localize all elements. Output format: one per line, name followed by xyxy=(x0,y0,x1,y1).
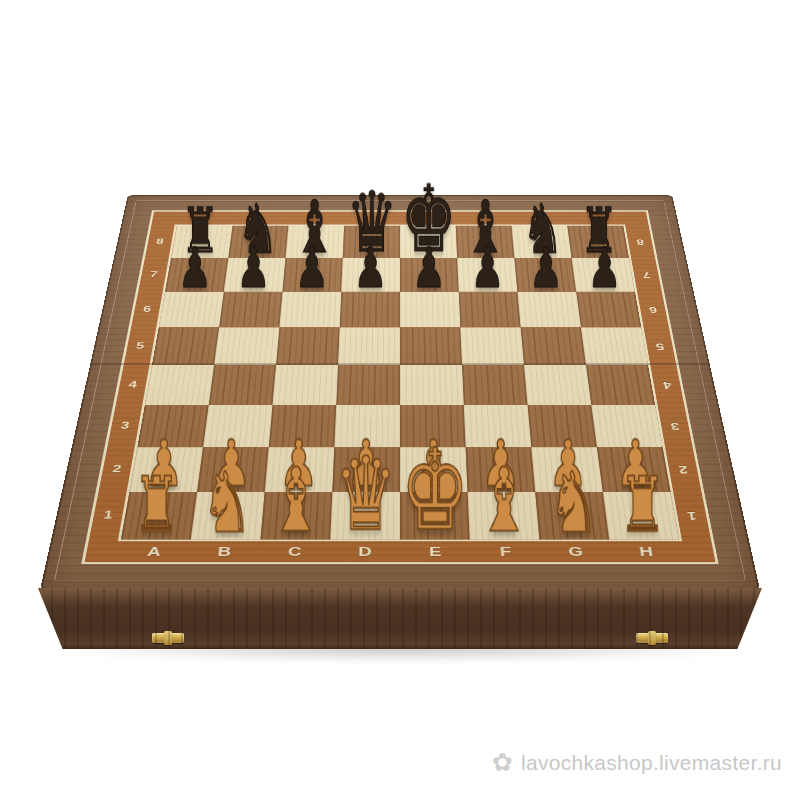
brass-clasp-left[interactable] xyxy=(152,633,184,643)
flower-icon: ✿ xyxy=(492,748,513,777)
box-front-side xyxy=(38,588,762,649)
watermark-text: lavochkashop.livemaster.ru xyxy=(521,751,782,775)
board-border-strip xyxy=(81,210,719,564)
chess-board: 87654321 87654321 ABCDEFGH ♜♞♝♛♚♝♞♜♟♟♟♟♟… xyxy=(40,195,760,590)
brass-clasp-right[interactable] xyxy=(636,633,668,643)
watermark: ✿ lavochkashop.livemaster.ru xyxy=(492,748,782,777)
product-photo: 87654321 87654321 ABCDEFGH ♜♞♝♛♚♝♞♜♟♟♟♟♟… xyxy=(0,0,800,800)
